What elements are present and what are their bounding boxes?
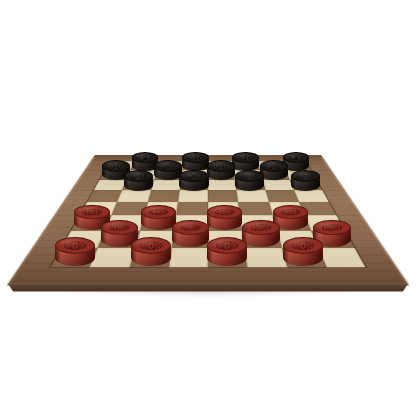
checker-disc-top: [242, 220, 280, 236]
checker-disc-top: [74, 205, 109, 220]
checker-black[interactable]: [182, 152, 209, 171]
pieces-layer: [0, 0, 416, 416]
checker-black[interactable]: [291, 170, 320, 191]
checker-black[interactable]: [124, 170, 153, 191]
checker-disc-top: [55, 237, 95, 254]
checker-black[interactable]: [207, 160, 235, 180]
checkers-scene: [0, 0, 416, 416]
checker-red[interactable]: [207, 205, 242, 230]
checker-black[interactable]: [232, 152, 259, 171]
checker-black[interactable]: [179, 170, 208, 191]
checker-disc-top: [207, 237, 247, 254]
checker-disc-top: [313, 220, 351, 236]
checker-red[interactable]: [242, 220, 280, 247]
checker-red[interactable]: [131, 237, 171, 266]
checker-disc-top: [131, 237, 171, 254]
checker-disc-top: [291, 170, 320, 182]
checker-disc-top: [179, 170, 208, 182]
checker-black[interactable]: [154, 160, 182, 180]
checker-disc-top: [172, 220, 210, 236]
checker-disc-top: [182, 152, 209, 163]
checker-red[interactable]: [283, 237, 323, 266]
checker-red[interactable]: [55, 237, 95, 266]
checker-disc-top: [232, 152, 259, 163]
checker-black[interactable]: [235, 170, 264, 191]
checker-red[interactable]: [172, 220, 210, 247]
checker-disc-top: [124, 170, 153, 182]
checker-red[interactable]: [207, 237, 247, 266]
checker-disc-top: [283, 237, 323, 254]
